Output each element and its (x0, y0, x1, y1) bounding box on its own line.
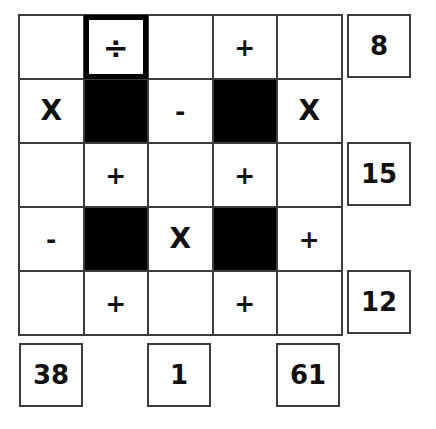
operator-cell-r5c4[interactable]: + (213, 271, 278, 335)
row-target-box-3: 12 (347, 270, 411, 334)
empty-cell-r5c3[interactable] (148, 271, 213, 335)
operator-cell-r4c3[interactable]: X (148, 207, 213, 271)
cross-math-board: ÷+X-X++-X+++ (18, 14, 343, 336)
operator-cell-r2c3[interactable]: - (148, 79, 213, 143)
blocked-cell-r2c4 (213, 79, 278, 143)
empty-cell-r1c3[interactable] (148, 15, 213, 79)
row-target-box-2: 15 (347, 142, 411, 206)
operator-cell-r1c4[interactable]: + (213, 15, 278, 79)
empty-cell-r1c5[interactable] (277, 15, 342, 79)
operator-cell-r4c1[interactable]: - (19, 207, 84, 271)
col-target-box-2: 1 (147, 343, 211, 407)
operator-cell-r2c5[interactable]: X (277, 79, 342, 143)
empty-cell-r5c1[interactable] (19, 271, 84, 335)
empty-cell-r3c1[interactable] (19, 143, 84, 207)
col-target-box-1: 38 (19, 343, 83, 407)
empty-cell-r5c5[interactable] (277, 271, 342, 335)
operator-cell-r5c2[interactable]: + (84, 271, 149, 335)
puzzle-canvas: ÷+X-X++-X+++ 8 15 12 38 1 61 (0, 0, 436, 429)
operator-cell-r2c1[interactable]: X (19, 79, 84, 143)
operator-cell-r3c2[interactable]: + (84, 143, 149, 207)
col-target-box-3: 61 (276, 343, 340, 407)
empty-cell-r1c1[interactable] (19, 15, 84, 79)
row-target-box-1: 8 (347, 14, 411, 78)
blocked-cell-r4c4 (213, 207, 278, 271)
blocked-cell-r2c2 (84, 79, 149, 143)
operator-cell-r4c5[interactable]: + (277, 207, 342, 271)
empty-cell-r3c5[interactable] (277, 143, 342, 207)
selected-cell-r1c2[interactable]: ÷ (84, 15, 149, 79)
operator-cell-r3c4[interactable]: + (213, 143, 278, 207)
blocked-cell-r4c2 (84, 207, 149, 271)
empty-cell-r3c3[interactable] (148, 143, 213, 207)
